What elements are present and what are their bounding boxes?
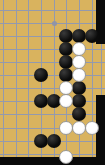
grid-line-horizontal-stub xyxy=(96,49,105,50)
grid-line-horizontal-stub xyxy=(96,62,105,63)
grid-line-horizontal xyxy=(0,23,96,24)
go-board[interactable] xyxy=(0,0,105,165)
go-stone-white[interactable] xyxy=(85,121,99,135)
go-stone-black[interactable] xyxy=(72,29,86,43)
go-stone-black[interactable] xyxy=(34,134,48,148)
grid-line-horizontal-stub xyxy=(96,75,105,76)
star-point xyxy=(52,21,57,26)
go-stone-white[interactable] xyxy=(72,121,86,135)
grid-line-horizontal-stub xyxy=(96,88,105,89)
go-stone-black[interactable] xyxy=(85,29,99,43)
grid-line-horizontal xyxy=(0,154,96,155)
go-stone-white[interactable] xyxy=(59,150,73,164)
board-bottom-edge xyxy=(0,157,105,165)
grid-line-horizontal xyxy=(0,10,96,11)
go-stone-black[interactable] xyxy=(47,134,61,148)
